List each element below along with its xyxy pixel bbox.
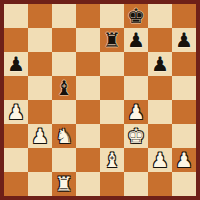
square-a7[interactable] xyxy=(4,28,28,52)
square-f1[interactable] xyxy=(124,172,148,196)
square-d3[interactable] xyxy=(76,124,100,148)
square-g6[interactable]: ♟ xyxy=(148,52,172,76)
square-h2[interactable]: ♟ xyxy=(172,148,196,172)
square-g2[interactable]: ♟ xyxy=(148,148,172,172)
black-pawn[interactable]: ♟ xyxy=(175,28,193,52)
square-c2[interactable] xyxy=(52,148,76,172)
black-pawn[interactable]: ♟ xyxy=(7,52,25,76)
square-c6[interactable] xyxy=(52,52,76,76)
square-d5[interactable] xyxy=(76,76,100,100)
black-rook[interactable]: ♜ xyxy=(103,28,121,52)
square-h4[interactable] xyxy=(172,100,196,124)
square-f2[interactable] xyxy=(124,148,148,172)
square-a5[interactable] xyxy=(4,76,28,100)
square-f6[interactable] xyxy=(124,52,148,76)
square-e7[interactable]: ♜ xyxy=(100,28,124,52)
white-pawn[interactable]: ♟ xyxy=(127,100,145,124)
square-f5[interactable] xyxy=(124,76,148,100)
square-g1[interactable] xyxy=(148,172,172,196)
square-h7[interactable]: ♟ xyxy=(172,28,196,52)
square-b3[interactable]: ♟ xyxy=(28,124,52,148)
square-d4[interactable] xyxy=(76,100,100,124)
white-bishop[interactable]: ♝ xyxy=(103,148,121,172)
square-h8[interactable] xyxy=(172,4,196,28)
square-e3[interactable] xyxy=(100,124,124,148)
square-g7[interactable] xyxy=(148,28,172,52)
square-e6[interactable] xyxy=(100,52,124,76)
black-bishop[interactable]: ♝ xyxy=(55,76,73,100)
white-king[interactable]: ♚ xyxy=(127,124,145,148)
square-c7[interactable] xyxy=(52,28,76,52)
square-a8[interactable] xyxy=(4,4,28,28)
square-b5[interactable] xyxy=(28,76,52,100)
square-b7[interactable] xyxy=(28,28,52,52)
square-c4[interactable] xyxy=(52,100,76,124)
square-d1[interactable] xyxy=(76,172,100,196)
square-e2[interactable]: ♝ xyxy=(100,148,124,172)
white-knight[interactable]: ♞ xyxy=(55,124,73,148)
chess-board: ♚♜♟♟♟♟♝♟♟♟♞♚♝♟♟♜ xyxy=(4,4,196,196)
square-h6[interactable] xyxy=(172,52,196,76)
square-a6[interactable]: ♟ xyxy=(4,52,28,76)
square-h1[interactable] xyxy=(172,172,196,196)
square-c3[interactable]: ♞ xyxy=(52,124,76,148)
square-d2[interactable] xyxy=(76,148,100,172)
white-rook[interactable]: ♜ xyxy=(55,172,73,196)
square-b2[interactable] xyxy=(28,148,52,172)
white-pawn[interactable]: ♟ xyxy=(175,148,193,172)
square-c1[interactable]: ♜ xyxy=(52,172,76,196)
square-f4[interactable]: ♟ xyxy=(124,100,148,124)
square-a3[interactable] xyxy=(4,124,28,148)
square-a4[interactable]: ♟ xyxy=(4,100,28,124)
black-king[interactable]: ♚ xyxy=(127,4,145,28)
white-pawn[interactable]: ♟ xyxy=(31,124,49,148)
square-d7[interactable] xyxy=(76,28,100,52)
chess-board-frame: ♚♜♟♟♟♟♝♟♟♟♞♚♝♟♟♜ xyxy=(0,0,200,200)
square-h3[interactable] xyxy=(172,124,196,148)
square-b8[interactable] xyxy=(28,4,52,28)
black-pawn[interactable]: ♟ xyxy=(151,52,169,76)
black-pawn[interactable]: ♟ xyxy=(127,28,145,52)
square-d8[interactable] xyxy=(76,4,100,28)
square-e8[interactable] xyxy=(100,4,124,28)
square-e4[interactable] xyxy=(100,100,124,124)
square-f7[interactable]: ♟ xyxy=(124,28,148,52)
square-h5[interactable] xyxy=(172,76,196,100)
square-g3[interactable] xyxy=(148,124,172,148)
square-e1[interactable] xyxy=(100,172,124,196)
square-g5[interactable] xyxy=(148,76,172,100)
square-b1[interactable] xyxy=(28,172,52,196)
square-a2[interactable] xyxy=(4,148,28,172)
square-e5[interactable] xyxy=(100,76,124,100)
square-f3[interactable]: ♚ xyxy=(124,124,148,148)
square-c8[interactable] xyxy=(52,4,76,28)
square-f8[interactable]: ♚ xyxy=(124,4,148,28)
square-a1[interactable] xyxy=(4,172,28,196)
square-c5[interactable]: ♝ xyxy=(52,76,76,100)
white-pawn[interactable]: ♟ xyxy=(7,100,25,124)
square-g4[interactable] xyxy=(148,100,172,124)
square-d6[interactable] xyxy=(76,52,100,76)
square-b6[interactable] xyxy=(28,52,52,76)
square-g8[interactable] xyxy=(148,4,172,28)
white-pawn[interactable]: ♟ xyxy=(151,148,169,172)
square-b4[interactable] xyxy=(28,100,52,124)
